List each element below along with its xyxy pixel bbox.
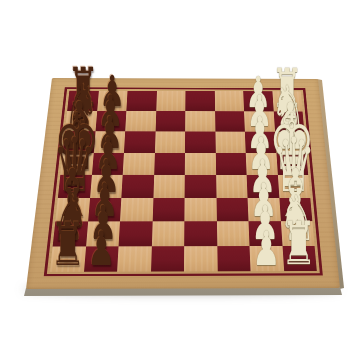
- square-g5[interactable]: [155, 111, 185, 132]
- square-d6[interactable]: [121, 175, 153, 198]
- square-c5[interactable]: [152, 198, 184, 222]
- rook-glyph: ♜: [50, 215, 85, 275]
- square-d5[interactable]: [153, 175, 185, 198]
- square-e6[interactable]: [123, 153, 155, 175]
- square-b6[interactable]: [119, 221, 153, 246]
- square-d3[interactable]: [216, 175, 248, 198]
- square-e5[interactable]: [154, 153, 185, 175]
- square-f3[interactable]: [215, 132, 246, 153]
- square-e4[interactable]: [185, 153, 216, 175]
- square-d4[interactable]: [185, 175, 217, 198]
- square-c6[interactable]: [120, 198, 153, 222]
- square-b5[interactable]: [151, 221, 184, 246]
- square-e3[interactable]: [215, 153, 246, 175]
- square-g6[interactable]: [125, 111, 156, 132]
- square-h4[interactable]: [185, 91, 214, 111]
- square-g4[interactable]: [185, 111, 215, 132]
- square-a3[interactable]: [217, 246, 251, 272]
- square-h5[interactable]: [156, 91, 186, 111]
- pawn-glyph: ♟: [87, 225, 115, 273]
- chess-set-photo: ♜♞♝♚♛♝♞♜♟♟♟♟♟♟♟♟♟♟♟♟♟♟♟♟♜♞♝♚♛♝♞♜: [0, 0, 350, 350]
- square-f4[interactable]: [185, 131, 215, 152]
- square-g3[interactable]: [215, 111, 245, 132]
- square-h3[interactable]: [214, 91, 244, 111]
- square-f5[interactable]: [154, 131, 185, 152]
- square-c4[interactable]: [184, 198, 216, 222]
- square-a6[interactable]: [117, 246, 151, 272]
- square-h6[interactable]: [126, 91, 156, 111]
- pawn-glyph: ♟: [252, 225, 280, 273]
- square-b4[interactable]: [184, 221, 217, 246]
- square-f6[interactable]: [124, 131, 155, 152]
- square-c3[interactable]: [216, 198, 248, 222]
- square-b3[interactable]: [216, 221, 249, 246]
- square-a5[interactable]: [151, 246, 185, 272]
- rook-glyph: ♜: [282, 214, 317, 274]
- square-a4[interactable]: [184, 246, 217, 272]
